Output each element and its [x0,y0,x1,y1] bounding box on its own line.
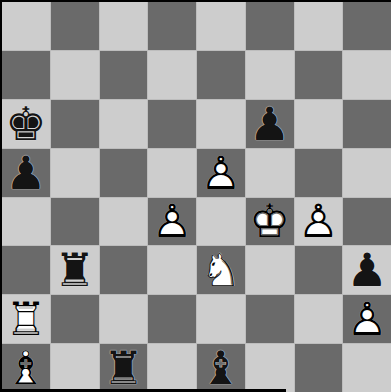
white-pawn: ♙ [343,295,391,343]
square-a5[interactable]: ♟ [2,149,50,197]
square-a2[interactable]: ♜♖ [2,295,50,343]
square-b1[interactable] [51,344,99,392]
white-pawn-fill: ♟ [295,198,343,246]
square-f7[interactable] [246,51,294,99]
square-d6[interactable] [148,100,196,148]
square-f1[interactable] [246,344,294,392]
black-rook: ♜ [100,344,148,392]
square-c6[interactable] [100,100,148,148]
square-a6[interactable]: ♚ [2,100,50,148]
square-d1[interactable] [148,344,196,392]
white-pawn: ♙ [148,198,196,246]
square-a4[interactable] [2,198,50,246]
square-e3[interactable]: ♞♘ [197,246,245,294]
square-h8[interactable] [343,2,391,50]
square-g7[interactable] [295,51,343,99]
square-f6[interactable]: ♟ [246,100,294,148]
white-knight-fill: ♞ [197,246,245,294]
black-pawn: ♟ [246,100,294,148]
square-f5[interactable] [246,149,294,197]
square-b3[interactable]: ♜ [51,246,99,294]
square-d4[interactable]: ♟♙ [148,198,196,246]
square-e6[interactable] [197,100,245,148]
white-pawn: ♙ [197,149,245,197]
square-a7[interactable] [2,51,50,99]
square-f4[interactable]: ♚♔ [246,198,294,246]
square-b7[interactable] [51,51,99,99]
square-e2[interactable] [197,295,245,343]
square-c1[interactable]: ♜ [100,344,148,392]
black-pawn: ♟ [2,149,50,197]
square-e1[interactable]: ♝ [197,344,245,392]
square-e5[interactable]: ♟♙ [197,149,245,197]
square-d2[interactable] [148,295,196,343]
square-d7[interactable] [148,51,196,99]
square-f8[interactable] [246,2,294,50]
square-a1[interactable]: ♝♗ [2,344,50,392]
square-g3[interactable] [295,246,343,294]
white-pawn-fill: ♟ [343,295,391,343]
square-d3[interactable] [148,246,196,294]
black-king: ♚ [2,100,50,148]
square-f3[interactable] [246,246,294,294]
square-b2[interactable] [51,295,99,343]
square-h2[interactable]: ♟♙ [343,295,391,343]
square-h4[interactable] [343,198,391,246]
square-c5[interactable] [100,149,148,197]
square-g5[interactable] [295,149,343,197]
square-d8[interactable] [148,2,196,50]
square-c8[interactable] [100,2,148,50]
square-g2[interactable] [295,295,343,343]
white-rook-fill: ♜ [2,295,50,343]
square-h1[interactable] [343,344,391,392]
square-a3[interactable] [2,246,50,294]
black-rook: ♜ [51,246,99,294]
white-knight: ♘ [197,246,245,294]
white-king: ♔ [246,198,294,246]
square-b8[interactable] [51,2,99,50]
white-pawn-fill: ♟ [148,198,196,246]
black-bishop: ♝ [197,344,245,392]
chess-board-frame: ♚♟♟♟♙♟♙♚♔♟♙♜♞♘♟♜♖♟♙♝♗♜♝ [0,0,391,392]
square-h6[interactable] [343,100,391,148]
white-pawn-fill: ♟ [197,149,245,197]
square-g4[interactable]: ♟♙ [295,198,343,246]
square-h7[interactable] [343,51,391,99]
square-b5[interactable] [51,149,99,197]
square-g8[interactable] [295,2,343,50]
white-rook: ♖ [2,295,50,343]
square-e8[interactable] [197,2,245,50]
black-pawn: ♟ [343,246,391,294]
square-e7[interactable] [197,51,245,99]
square-f2[interactable] [246,295,294,343]
square-d5[interactable] [148,149,196,197]
square-a8[interactable] [2,2,50,50]
square-c4[interactable] [100,198,148,246]
square-g6[interactable] [295,100,343,148]
white-pawn: ♙ [295,198,343,246]
white-bishop: ♗ [2,344,50,392]
square-c2[interactable] [100,295,148,343]
chess-board: ♚♟♟♟♙♟♙♚♔♟♙♜♞♘♟♜♖♟♙♝♗♜♝ [2,2,391,392]
white-bishop-fill: ♝ [2,344,50,392]
square-b6[interactable] [51,100,99,148]
square-h3[interactable]: ♟ [343,246,391,294]
square-c7[interactable] [100,51,148,99]
square-b4[interactable] [51,198,99,246]
square-h5[interactable] [343,149,391,197]
square-g1[interactable] [295,344,343,392]
square-c3[interactable] [100,246,148,294]
square-e4[interactable] [197,198,245,246]
white-king-fill: ♚ [246,198,294,246]
